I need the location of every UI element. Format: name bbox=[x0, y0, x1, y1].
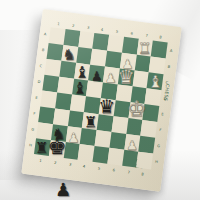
square bbox=[149, 56, 166, 74]
board-photo: 12345678 12345678 ABCDEFGH ABCDEFGH CHES… bbox=[0, 0, 200, 200]
coordinate-label: 2 bbox=[72, 24, 75, 28]
square bbox=[151, 41, 168, 59]
coordinate-label: 5 bbox=[98, 166, 101, 170]
coordinate-label: 6 bbox=[112, 168, 115, 172]
coordinate-label: H bbox=[29, 144, 32, 148]
coordinate-label: E bbox=[35, 96, 38, 100]
coordinate-label: 1 bbox=[57, 22, 60, 26]
square bbox=[143, 104, 160, 122]
coordinate-label: B bbox=[168, 65, 171, 69]
coordinate-label: C bbox=[40, 64, 43, 68]
square: ♝ bbox=[147, 72, 164, 90]
coordinate-label: 4 bbox=[83, 164, 86, 168]
captured-black-pawn: ♟ bbox=[55, 181, 71, 199]
coordinate-label: G bbox=[31, 128, 34, 132]
coordinate-label: 6 bbox=[130, 31, 133, 35]
coordinate-label: A bbox=[170, 49, 173, 53]
coordinate-label: B bbox=[42, 48, 45, 52]
coordinate-label: 8 bbox=[160, 35, 163, 39]
black-rook: ♜ bbox=[35, 141, 49, 156]
coordinate-label: 7 bbox=[127, 170, 130, 174]
chess-board: ♜♞♟♝♟♟♛♝♝♛♚♜♞♟♟♜♚ bbox=[34, 27, 168, 169]
chess-mat: 12345678 12345678 ABCDEFGH ABCDEFGH CHES… bbox=[21, 9, 181, 192]
coordinate-label: E bbox=[161, 113, 164, 117]
coordinate-label: 5 bbox=[116, 29, 119, 33]
square bbox=[141, 120, 158, 138]
coordinate-label: 2 bbox=[54, 160, 57, 164]
square bbox=[145, 88, 162, 106]
coordinate-label: H bbox=[155, 160, 158, 164]
coordinate-label: 3 bbox=[86, 26, 89, 30]
coordinate-label: G bbox=[157, 144, 160, 148]
square bbox=[136, 152, 153, 170]
coordinate-label: 7 bbox=[145, 33, 148, 37]
coordinate-label: D bbox=[37, 80, 40, 84]
brand-text: CHESS bbox=[163, 84, 170, 102]
coordinate-label: F bbox=[159, 128, 162, 132]
coordinate-label: A bbox=[44, 33, 47, 37]
coordinate-label: 1 bbox=[39, 159, 42, 163]
square bbox=[138, 136, 155, 154]
coordinate-label: F bbox=[33, 112, 36, 116]
coordinate-label: 3 bbox=[68, 162, 71, 166]
coordinate-label: 4 bbox=[101, 28, 104, 32]
